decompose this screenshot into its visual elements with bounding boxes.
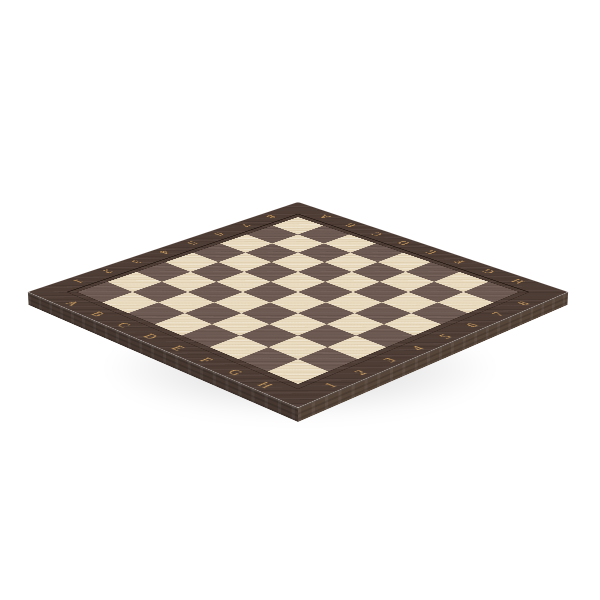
square-f4[interactable]: [298, 302, 355, 324]
square-h6[interactable]: [411, 302, 468, 324]
file-label-b-near: B: [83, 308, 112, 319]
square-e3[interactable]: [241, 302, 298, 324]
square-e2[interactable]: [212, 313, 269, 335]
square-g5[interactable]: [355, 302, 412, 324]
square-h1[interactable]: [268, 359, 329, 384]
square-g4[interactable]: [327, 313, 384, 335]
square-f5[interactable]: [326, 292, 382, 313]
file-label-d-near: D: [136, 330, 166, 342]
square-d3[interactable]: [214, 292, 270, 313]
square-h5[interactable]: [384, 313, 441, 335]
square-f1[interactable]: [210, 336, 269, 360]
square-g3[interactable]: [298, 324, 356, 347]
file-label-a-near: A: [58, 298, 87, 309]
square-c1[interactable]: [128, 302, 185, 324]
square-g1[interactable]: [238, 347, 298, 371]
square-e1[interactable]: [182, 324, 240, 347]
square-h7[interactable]: [438, 292, 494, 313]
square-d1[interactable]: [155, 313, 212, 335]
square-h2[interactable]: [298, 347, 358, 371]
product-photo-backdrop: AABBCCDDEEFFGGHH1122334455667788: [0, 0, 600, 600]
square-g6[interactable]: [382, 292, 438, 313]
square-g2[interactable]: [269, 336, 328, 360]
square-f2[interactable]: [240, 324, 298, 347]
file-label-c-near: C: [109, 319, 138, 330]
square-f3[interactable]: [269, 313, 326, 335]
square-c2[interactable]: [158, 292, 214, 313]
square-b1[interactable]: [102, 292, 158, 313]
square-e4[interactable]: [270, 292, 326, 313]
square-h3[interactable]: [327, 336, 386, 360]
square-d2[interactable]: [185, 302, 242, 324]
file-label-e-near: E: [163, 342, 193, 354]
square-h4[interactable]: [356, 324, 414, 347]
